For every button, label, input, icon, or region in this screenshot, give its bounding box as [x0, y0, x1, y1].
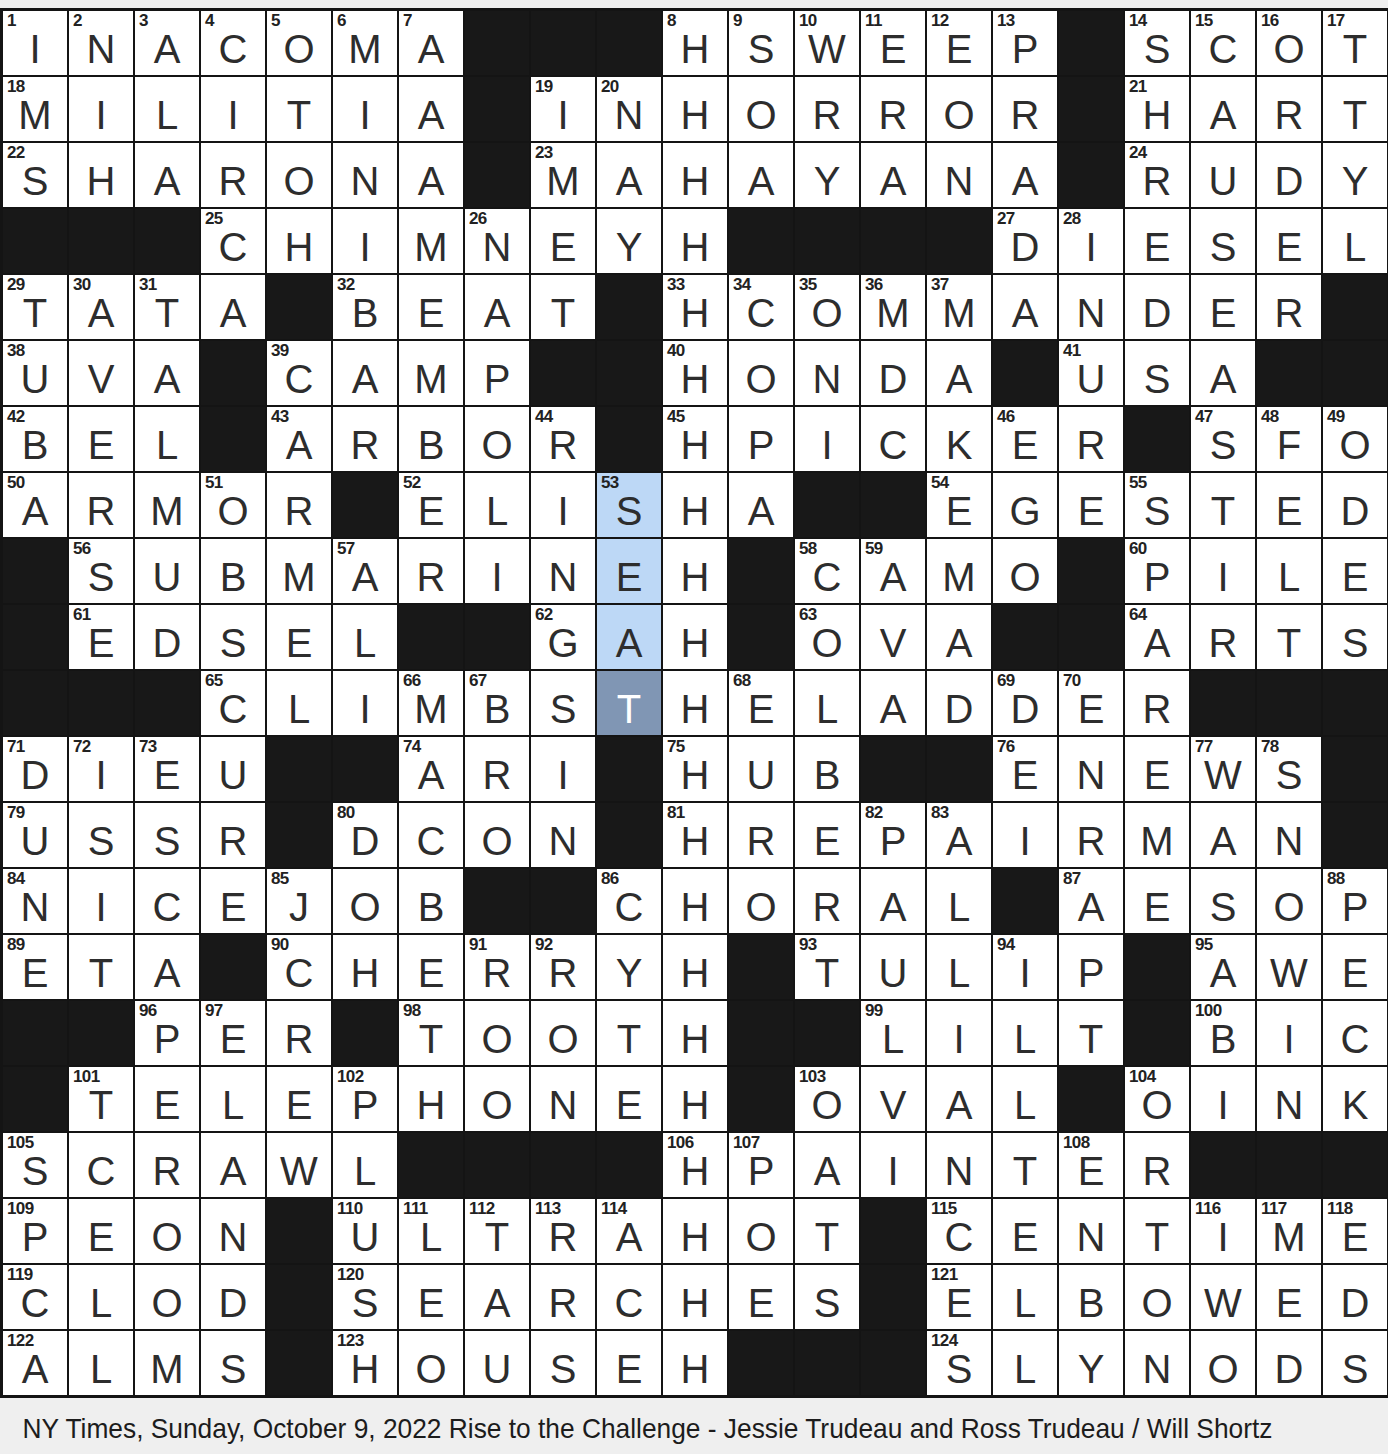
grid-cell[interactable]: L — [992, 1264, 1058, 1330]
grid-cell[interactable]: R — [728, 802, 794, 868]
grid-cell[interactable]: 15C — [1190, 10, 1256, 76]
grid-cell[interactable]: O — [398, 1330, 464, 1396]
grid-cell[interactable]: 49O — [1322, 406, 1388, 472]
grid-cell[interactable]: 29T — [2, 274, 68, 340]
grid-cell[interactable]: 10W — [794, 10, 860, 76]
grid-cell[interactable]: 6M — [332, 10, 398, 76]
grid-cell[interactable]: H — [662, 76, 728, 142]
grid-cell[interactable]: B — [398, 406, 464, 472]
grid-cell[interactable]: E — [1322, 934, 1388, 1000]
grid-cell[interactable]: S — [1322, 604, 1388, 670]
grid-cell[interactable]: 79U — [2, 802, 68, 868]
grid-cell[interactable]: 19I — [530, 76, 596, 142]
grid-cell[interactable]: T — [1058, 1000, 1124, 1066]
grid-cell[interactable]: 113R — [530, 1198, 596, 1264]
grid-cell[interactable]: O — [1124, 1264, 1190, 1330]
grid-cell[interactable]: 119C — [2, 1264, 68, 1330]
grid-cell[interactable]: E — [1256, 1264, 1322, 1330]
grid-cell[interactable]: 77W — [1190, 736, 1256, 802]
grid-cell[interactable]: O — [1190, 1330, 1256, 1396]
grid-cell[interactable]: A — [134, 142, 200, 208]
grid-cell[interactable]: 124S — [926, 1330, 992, 1396]
grid-cell[interactable]: E — [398, 1264, 464, 1330]
grid-cell[interactable]: T — [68, 934, 134, 1000]
grid-cell[interactable]: C — [1322, 1000, 1388, 1066]
grid-cell[interactable]: R — [1124, 1132, 1190, 1198]
grid-cell[interactable]: 78S — [1256, 736, 1322, 802]
grid-cell[interactable]: N — [794, 340, 860, 406]
grid-cell[interactable]: E — [1124, 736, 1190, 802]
grid-cell[interactable]: A — [860, 868, 926, 934]
grid-cell[interactable]: 20N — [596, 76, 662, 142]
grid-cell[interactable]: S — [134, 802, 200, 868]
grid-cell[interactable]: 100B — [1190, 1000, 1256, 1066]
grid-cell[interactable]: 98T — [398, 1000, 464, 1066]
grid-cell[interactable]: H — [662, 1330, 728, 1396]
grid-cell[interactable]: 18M — [2, 76, 68, 142]
grid-cell[interactable]: W — [1256, 934, 1322, 1000]
grid-cell[interactable]: 53S — [596, 472, 662, 538]
grid-cell[interactable]: O — [464, 406, 530, 472]
grid-cell[interactable]: K — [1322, 1066, 1388, 1132]
grid-cell[interactable]: 69D — [992, 670, 1058, 736]
grid-cell[interactable]: 65C — [200, 670, 266, 736]
grid-cell[interactable]: N — [926, 1132, 992, 1198]
grid-cell[interactable]: 5O — [266, 10, 332, 76]
grid-cell[interactable]: H — [332, 934, 398, 1000]
grid-cell[interactable]: 103O — [794, 1066, 860, 1132]
grid-cell[interactable]: E — [728, 1264, 794, 1330]
grid-cell[interactable]: H — [266, 208, 332, 274]
grid-cell[interactable]: L — [68, 1264, 134, 1330]
grid-cell[interactable]: N — [530, 1066, 596, 1132]
grid-cell[interactable]: 101T — [68, 1066, 134, 1132]
grid-cell[interactable]: L — [464, 472, 530, 538]
grid-cell[interactable]: D — [860, 340, 926, 406]
grid-cell[interactable]: H — [662, 538, 728, 604]
grid-cell[interactable]: N — [530, 802, 596, 868]
grid-cell[interactable]: A — [1190, 76, 1256, 142]
grid-cell[interactable]: A — [728, 472, 794, 538]
grid-cell[interactable]: A — [926, 604, 992, 670]
grid-cell[interactable]: T — [992, 1132, 1058, 1198]
grid-cell[interactable]: 17T — [1322, 10, 1388, 76]
grid-cell[interactable]: 54E — [926, 472, 992, 538]
grid-cell[interactable]: O — [266, 142, 332, 208]
grid-cell[interactable]: 43A — [266, 406, 332, 472]
grid-cell[interactable]: A — [200, 1132, 266, 1198]
grid-cell[interactable]: 121E — [926, 1264, 992, 1330]
grid-cell[interactable]: 91R — [464, 934, 530, 1000]
grid-cell[interactable]: 24R — [1124, 142, 1190, 208]
grid-cell[interactable]: E — [596, 538, 662, 604]
grid-cell[interactable]: 55S — [1124, 472, 1190, 538]
grid-cell[interactable]: U — [728, 736, 794, 802]
grid-cell[interactable]: A — [794, 1132, 860, 1198]
grid-cell[interactable]: A — [596, 142, 662, 208]
grid-cell[interactable]: 9S — [728, 10, 794, 76]
grid-cell[interactable]: R — [398, 538, 464, 604]
grid-cell[interactable]: H — [662, 472, 728, 538]
grid-cell[interactable]: I — [860, 1132, 926, 1198]
grid-cell[interactable]: I — [1256, 1000, 1322, 1066]
grid-cell[interactable]: Y — [596, 934, 662, 1000]
grid-cell[interactable]: A — [728, 142, 794, 208]
grid-cell[interactable]: C — [596, 1264, 662, 1330]
grid-cell[interactable]: O — [464, 1000, 530, 1066]
grid-cell[interactable]: 122A — [2, 1330, 68, 1396]
grid-cell[interactable]: 51O — [200, 472, 266, 538]
grid-cell[interactable]: I — [530, 736, 596, 802]
grid-cell[interactable]: U — [860, 934, 926, 1000]
grid-cell[interactable]: S — [530, 670, 596, 736]
grid-cell[interactable]: 42B — [2, 406, 68, 472]
grid-cell[interactable]: T — [1256, 604, 1322, 670]
grid-cell[interactable]: P — [1058, 934, 1124, 1000]
grid-cell[interactable]: T — [596, 1000, 662, 1066]
grid-cell[interactable]: 83A — [926, 802, 992, 868]
grid-cell[interactable]: 68E — [728, 670, 794, 736]
grid-cell[interactable]: N — [1124, 1330, 1190, 1396]
grid-cell[interactable]: 99L — [860, 1000, 926, 1066]
grid-cell[interactable]: D — [1256, 1330, 1322, 1396]
grid-cell[interactable]: A — [134, 934, 200, 1000]
grid-cell[interactable]: Y — [794, 142, 860, 208]
grid-cell[interactable]: R — [464, 736, 530, 802]
grid-cell[interactable]: S — [1322, 1330, 1388, 1396]
grid-cell[interactable]: W — [1190, 1264, 1256, 1330]
grid-cell[interactable]: O — [1256, 868, 1322, 934]
grid-cell[interactable]: E — [794, 802, 860, 868]
grid-cell[interactable]: 39C — [266, 340, 332, 406]
grid-cell[interactable]: 45H — [662, 406, 728, 472]
grid-cell[interactable]: S — [530, 1330, 596, 1396]
grid-cell[interactable]: L — [68, 1330, 134, 1396]
grid-cell[interactable]: R — [992, 76, 1058, 142]
grid-cell[interactable]: D — [1322, 1264, 1388, 1330]
grid-cell[interactable]: O — [332, 868, 398, 934]
grid-cell[interactable]: 86C — [596, 868, 662, 934]
grid-cell[interactable]: N — [332, 142, 398, 208]
grid-cell[interactable]: S — [200, 604, 266, 670]
grid-cell[interactable]: M — [266, 538, 332, 604]
grid-cell[interactable]: R — [794, 868, 860, 934]
grid-cell[interactable]: O — [464, 1066, 530, 1132]
grid-cell[interactable]: H — [662, 1264, 728, 1330]
grid-cell[interactable]: E — [266, 604, 332, 670]
grid-cell[interactable]: S — [200, 1330, 266, 1396]
grid-cell[interactable]: E — [1256, 208, 1322, 274]
grid-cell[interactable]: A — [1190, 802, 1256, 868]
grid-cell[interactable]: I — [200, 76, 266, 142]
grid-cell[interactable]: P — [464, 340, 530, 406]
grid-cell[interactable]: 94I — [992, 934, 1058, 1000]
grid-cell[interactable]: 40H — [662, 340, 728, 406]
grid-cell[interactable]: 13P — [992, 10, 1058, 76]
grid-cell[interactable]: R — [1058, 802, 1124, 868]
grid-cell[interactable]: 81H — [662, 802, 728, 868]
grid-cell[interactable]: O — [728, 1198, 794, 1264]
grid-cell[interactable]: L — [200, 1066, 266, 1132]
grid-cell[interactable]: 50A — [2, 472, 68, 538]
grid-cell[interactable]: C — [860, 406, 926, 472]
grid-cell[interactable]: 1I — [2, 10, 68, 76]
grid-cell[interactable]: 61E — [68, 604, 134, 670]
grid-cell[interactable]: 75H — [662, 736, 728, 802]
grid-cell[interactable]: 116I — [1190, 1198, 1256, 1264]
grid-cell[interactable]: 7A — [398, 10, 464, 76]
grid-cell[interactable]: 117M — [1256, 1198, 1322, 1264]
grid-cell[interactable]: 82P — [860, 802, 926, 868]
grid-cell[interactable]: H — [662, 1198, 728, 1264]
grid-cell[interactable]: 2N — [68, 10, 134, 76]
grid-cell[interactable]: 120S — [332, 1264, 398, 1330]
grid-cell[interactable]: 12E — [926, 10, 992, 76]
grid-cell[interactable]: T — [794, 1198, 860, 1264]
grid-cell[interactable]: H — [662, 934, 728, 1000]
grid-cell[interactable]: D — [1256, 142, 1322, 208]
grid-cell[interactable]: B — [398, 868, 464, 934]
grid-cell[interactable]: 88P — [1322, 868, 1388, 934]
grid-cell[interactable]: S — [68, 802, 134, 868]
grid-cell[interactable]: I — [68, 76, 134, 142]
grid-cell[interactable]: 34C — [728, 274, 794, 340]
grid-cell[interactable]: I — [332, 208, 398, 274]
grid-cell[interactable]: B — [200, 538, 266, 604]
grid-cell[interactable]: E — [596, 1330, 662, 1396]
grid-cell[interactable]: R — [68, 472, 134, 538]
grid-cell[interactable]: 62G — [530, 604, 596, 670]
grid-cell[interactable]: C — [68, 1132, 134, 1198]
grid-cell[interactable]: 109P — [2, 1198, 68, 1264]
grid-cell[interactable]: T — [530, 274, 596, 340]
grid-cell[interactable]: 30A — [68, 274, 134, 340]
grid-cell[interactable]: R — [332, 406, 398, 472]
grid-cell[interactable]: 26N — [464, 208, 530, 274]
grid-cell[interactable]: L — [992, 1066, 1058, 1132]
grid-cell[interactable]: 38U — [2, 340, 68, 406]
grid-cell[interactable]: L — [992, 1330, 1058, 1396]
grid-cell[interactable]: V — [68, 340, 134, 406]
grid-cell[interactable]: W — [266, 1132, 332, 1198]
grid-cell[interactable]: E — [992, 1198, 1058, 1264]
grid-cell[interactable]: 87A — [1058, 868, 1124, 934]
grid-cell[interactable]: 14S — [1124, 10, 1190, 76]
grid-cell[interactable]: I — [332, 76, 398, 142]
grid-cell[interactable]: R — [200, 802, 266, 868]
grid-cell[interactable]: E — [398, 274, 464, 340]
grid-cell[interactable]: 72I — [68, 736, 134, 802]
grid-cell[interactable]: U — [200, 736, 266, 802]
grid-cell[interactable]: Y — [596, 208, 662, 274]
grid-cell[interactable]: M — [398, 208, 464, 274]
grid-cell[interactable]: E — [530, 208, 596, 274]
grid-cell[interactable]: A — [464, 274, 530, 340]
grid-cell[interactable]: L — [926, 934, 992, 1000]
grid-cell[interactable]: H — [662, 1066, 728, 1132]
grid-cell[interactable]: 92R — [530, 934, 596, 1000]
grid-cell[interactable]: H — [662, 604, 728, 670]
grid-cell[interactable]: T — [596, 670, 662, 736]
grid-cell[interactable]: H — [662, 670, 728, 736]
grid-cell[interactable]: 44R — [530, 406, 596, 472]
grid-cell[interactable]: 23M — [530, 142, 596, 208]
grid-cell[interactable]: A — [860, 670, 926, 736]
grid-cell[interactable]: A — [464, 1264, 530, 1330]
grid-cell[interactable]: 48F — [1256, 406, 1322, 472]
grid-cell[interactable]: R — [530, 1264, 596, 1330]
grid-cell[interactable]: N — [1256, 1066, 1322, 1132]
grid-cell[interactable]: A — [200, 274, 266, 340]
grid-cell[interactable]: I — [794, 406, 860, 472]
grid-cell[interactable]: C — [398, 802, 464, 868]
grid-cell[interactable]: 80D — [332, 802, 398, 868]
grid-cell[interactable]: 58C — [794, 538, 860, 604]
grid-cell[interactable]: N — [926, 142, 992, 208]
grid-cell[interactable]: I — [1190, 1066, 1256, 1132]
grid-cell[interactable]: E — [596, 1066, 662, 1132]
grid-cell[interactable]: O — [134, 1198, 200, 1264]
grid-cell[interactable]: 67B — [464, 670, 530, 736]
grid-cell[interactable]: 63O — [794, 604, 860, 670]
grid-cell[interactable]: 8H — [662, 10, 728, 76]
grid-cell[interactable]: I — [530, 472, 596, 538]
grid-cell[interactable]: E — [1256, 472, 1322, 538]
grid-cell[interactable]: 84N — [2, 868, 68, 934]
grid-cell[interactable]: 93T — [794, 934, 860, 1000]
grid-cell[interactable]: 3A — [134, 10, 200, 76]
grid-cell[interactable]: N — [1058, 274, 1124, 340]
grid-cell[interactable]: 108E — [1058, 1132, 1124, 1198]
grid-cell[interactable]: 105S — [2, 1132, 68, 1198]
grid-cell[interactable]: E — [266, 1066, 332, 1132]
grid-cell[interactable]: 41U — [1058, 340, 1124, 406]
grid-cell[interactable]: 85J — [266, 868, 332, 934]
grid-cell[interactable]: 32B — [332, 274, 398, 340]
grid-cell[interactable]: 73E — [134, 736, 200, 802]
grid-cell[interactable]: U — [1190, 142, 1256, 208]
grid-cell[interactable]: 74A — [398, 736, 464, 802]
grid-cell[interactable]: O — [728, 340, 794, 406]
grid-cell[interactable]: A — [860, 142, 926, 208]
grid-cell[interactable]: E — [68, 406, 134, 472]
grid-cell[interactable]: C — [134, 868, 200, 934]
grid-cell[interactable]: 112T — [464, 1198, 530, 1264]
grid-cell[interactable]: 25C — [200, 208, 266, 274]
grid-cell[interactable]: N — [200, 1198, 266, 1264]
grid-cell[interactable]: A — [926, 340, 992, 406]
grid-cell[interactable]: 76E — [992, 736, 1058, 802]
grid-cell[interactable]: T — [1322, 76, 1388, 142]
grid-cell[interactable]: T — [1190, 472, 1256, 538]
grid-cell[interactable]: O — [464, 802, 530, 868]
grid-cell[interactable]: I — [332, 670, 398, 736]
grid-cell[interactable]: E — [134, 1066, 200, 1132]
grid-cell[interactable]: O — [728, 868, 794, 934]
grid-cell[interactable]: A — [398, 142, 464, 208]
grid-cell[interactable]: U — [464, 1330, 530, 1396]
grid-cell[interactable]: D — [1124, 274, 1190, 340]
grid-cell[interactable]: 64A — [1124, 604, 1190, 670]
grid-cell[interactable]: O — [728, 76, 794, 142]
grid-cell[interactable]: 57A — [332, 538, 398, 604]
grid-cell[interactable]: 36M — [860, 274, 926, 340]
grid-cell[interactable]: I — [992, 802, 1058, 868]
grid-cell[interactable]: O — [992, 538, 1058, 604]
grid-cell[interactable]: T — [1124, 1198, 1190, 1264]
grid-cell[interactable]: E — [1124, 208, 1190, 274]
grid-cell[interactable]: 111L — [398, 1198, 464, 1264]
grid-cell[interactable]: A — [992, 142, 1058, 208]
grid-cell[interactable]: K — [926, 406, 992, 472]
grid-cell[interactable]: O — [530, 1000, 596, 1066]
grid-cell[interactable]: L — [332, 1132, 398, 1198]
grid-cell[interactable]: L — [992, 1000, 1058, 1066]
grid-cell[interactable]: A — [134, 340, 200, 406]
grid-cell[interactable]: N — [1058, 736, 1124, 802]
grid-cell[interactable]: Y — [1322, 142, 1388, 208]
grid-cell[interactable]: L — [1256, 538, 1322, 604]
grid-cell[interactable]: R — [1058, 406, 1124, 472]
grid-cell[interactable]: 4C — [200, 10, 266, 76]
grid-cell[interactable]: 104O — [1124, 1066, 1190, 1132]
grid-cell[interactable]: E — [1322, 538, 1388, 604]
grid-cell[interactable]: L — [794, 670, 860, 736]
grid-cell[interactable]: R — [134, 1132, 200, 1198]
grid-cell[interactable]: N — [1058, 1198, 1124, 1264]
grid-cell[interactable]: L — [134, 406, 200, 472]
grid-cell[interactable]: I — [464, 538, 530, 604]
grid-cell[interactable]: 35O — [794, 274, 860, 340]
grid-cell[interactable]: D — [134, 604, 200, 670]
grid-cell[interactable]: D — [200, 1264, 266, 1330]
grid-cell[interactable]: 33H — [662, 274, 728, 340]
grid-cell[interactable]: I — [1190, 538, 1256, 604]
grid-cell[interactable]: I — [926, 1000, 992, 1066]
grid-cell[interactable]: 123H — [332, 1330, 398, 1396]
grid-cell[interactable]: 47S — [1190, 406, 1256, 472]
grid-cell[interactable]: T — [266, 76, 332, 142]
grid-cell[interactable]: I — [68, 868, 134, 934]
grid-cell[interactable]: S — [1190, 868, 1256, 934]
grid-cell[interactable]: 59A — [860, 538, 926, 604]
grid-cell[interactable]: A — [398, 76, 464, 142]
grid-cell[interactable]: A — [1190, 340, 1256, 406]
grid-cell[interactable]: 46E — [992, 406, 1058, 472]
grid-cell[interactable]: 31T — [134, 274, 200, 340]
grid-cell[interactable]: A — [332, 340, 398, 406]
grid-cell[interactable]: L — [1322, 208, 1388, 274]
grid-cell[interactable]: O — [926, 76, 992, 142]
grid-cell[interactable]: M — [926, 538, 992, 604]
grid-cell[interactable]: A — [596, 604, 662, 670]
grid-cell[interactable]: L — [926, 868, 992, 934]
grid-cell[interactable]: B — [1058, 1264, 1124, 1330]
grid-cell[interactable]: R — [266, 472, 332, 538]
grid-cell[interactable]: 21H — [1124, 76, 1190, 142]
grid-cell[interactable]: M — [1124, 802, 1190, 868]
grid-cell[interactable]: 11E — [860, 10, 926, 76]
grid-cell[interactable]: 52E — [398, 472, 464, 538]
grid-cell[interactable]: E — [1190, 274, 1256, 340]
grid-cell[interactable]: H — [662, 1000, 728, 1066]
grid-cell[interactable]: M — [134, 472, 200, 538]
grid-cell[interactable]: U — [134, 538, 200, 604]
grid-cell[interactable]: R — [1256, 274, 1322, 340]
grid-cell[interactable]: S — [1190, 208, 1256, 274]
grid-cell[interactable]: S — [794, 1264, 860, 1330]
grid-cell[interactable]: E — [1058, 472, 1124, 538]
